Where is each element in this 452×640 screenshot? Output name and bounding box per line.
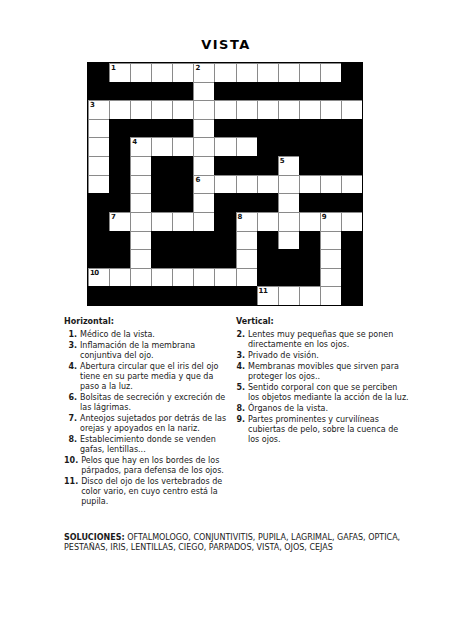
black-cell xyxy=(320,82,341,101)
clue-item-number: 10. xyxy=(64,456,78,476)
black-cell xyxy=(88,82,109,101)
black-cell xyxy=(299,193,320,212)
clue-item-number: 3. xyxy=(64,341,77,361)
grid-cell[interactable] xyxy=(172,268,193,287)
solutions-line: SOLUCIONES: OFTALMOLOGO, CONJUNTIVITIS, … xyxy=(64,533,412,553)
black-cell xyxy=(151,156,172,175)
across-clue-list: 1.Médico de la vista.3.Inflamación de la… xyxy=(64,330,230,507)
grid-cell[interactable]: 11 xyxy=(257,286,278,305)
grid-cell[interactable] xyxy=(278,100,299,119)
grid-cell[interactable] xyxy=(109,100,130,119)
grid-cell[interactable] xyxy=(257,63,278,82)
black-cell xyxy=(151,249,172,268)
grid-cell[interactable] xyxy=(236,100,257,119)
grid-cell[interactable] xyxy=(236,63,257,82)
grid-cell[interactable] xyxy=(193,82,214,101)
grid-cell[interactable] xyxy=(278,212,299,231)
clue-item-text: Anteojos sujetados por detrás de las ore… xyxy=(80,414,230,434)
grid-cell[interactable] xyxy=(257,100,278,119)
grid-cell[interactable] xyxy=(130,268,151,287)
black-cell xyxy=(172,249,193,268)
black-cell xyxy=(341,268,362,287)
black-cell xyxy=(130,286,151,305)
grid-cell[interactable] xyxy=(130,63,151,82)
clue-item-number: 3. xyxy=(236,351,245,361)
black-cell xyxy=(299,137,320,156)
black-cell xyxy=(151,82,172,101)
black-cell xyxy=(278,268,299,287)
grid-cell[interactable] xyxy=(130,100,151,119)
grid-cell[interactable] xyxy=(130,249,151,268)
grid-cell[interactable] xyxy=(320,268,341,287)
grid-cell[interactable] xyxy=(320,249,341,268)
black-cell xyxy=(257,137,278,156)
grid-cell[interactable] xyxy=(236,249,257,268)
black-cell xyxy=(109,249,130,268)
black-cell xyxy=(236,119,257,138)
grid-cell[interactable] xyxy=(320,175,341,194)
clue-item-text: Bolsitas de secreción y excreción de las… xyxy=(80,393,230,413)
grid-cell[interactable] xyxy=(257,175,278,194)
clue-item: 3.Inflamación de la membrana conjuntiva … xyxy=(64,341,230,361)
clue-item-text: Pelos que hay en los bordes de los párpa… xyxy=(81,456,230,476)
clue-item-text: Membranas movibles que sirven para prote… xyxy=(248,362,410,382)
grid-cell[interactable]: 6 xyxy=(193,175,214,194)
black-cell xyxy=(214,249,235,268)
grid-cell[interactable] xyxy=(236,268,257,287)
clue-item: 7.Anteojos sujetados por detrás de las o… xyxy=(64,414,230,434)
black-cell xyxy=(341,231,362,250)
black-cell xyxy=(109,193,130,212)
grid-cell[interactable] xyxy=(214,175,235,194)
black-cell xyxy=(214,212,235,231)
clue-item-number: 9. xyxy=(236,415,245,445)
clue-item-number: 4. xyxy=(236,362,245,382)
grid-cell[interactable] xyxy=(88,156,109,175)
across-clues-section: Horizontal: 1.Médico de la vista.3.Infla… xyxy=(64,317,230,508)
black-cell xyxy=(341,156,362,175)
grid-cell[interactable]: 10 xyxy=(88,268,109,287)
grid-cell[interactable] xyxy=(214,268,235,287)
solutions-label: SOLUCIONES: xyxy=(64,533,125,542)
clue-number: 10 xyxy=(90,269,99,277)
black-cell xyxy=(257,231,278,250)
black-cell xyxy=(214,286,235,305)
black-cell xyxy=(109,82,130,101)
clue-item: 11.Disco del ojo de los vertebrados de c… xyxy=(64,477,230,507)
grid-cell[interactable] xyxy=(88,137,109,156)
grid-cell[interactable] xyxy=(214,100,235,119)
clue-number: 8 xyxy=(238,213,242,221)
black-cell xyxy=(341,249,362,268)
clue-number: 11 xyxy=(259,287,268,295)
black-cell xyxy=(88,193,109,212)
clue-item-text: Inflamación de la membrana conjuntiva de… xyxy=(80,341,230,361)
black-cell xyxy=(320,193,341,212)
black-cell xyxy=(88,63,109,82)
grid-cell[interactable] xyxy=(320,63,341,82)
grid-cell[interactable]: 4 xyxy=(130,137,151,156)
grid-cell[interactable]: 1 xyxy=(109,63,130,82)
grid-cell[interactable]: 9 xyxy=(320,212,341,231)
black-cell xyxy=(109,119,130,138)
clue-number: 9 xyxy=(322,213,326,221)
grid-cell[interactable] xyxy=(214,63,235,82)
clue-item: 4.Membranas movibles que sirven para pro… xyxy=(236,362,410,382)
clue-item: 1.Médico de la vista. xyxy=(64,330,230,340)
grid-cell[interactable]: 3 xyxy=(88,100,109,119)
clue-item-text: Sentido corporal con que se perciben los… xyxy=(248,383,410,403)
black-cell xyxy=(236,286,257,305)
grid-cell[interactable] xyxy=(130,212,151,231)
black-cell xyxy=(341,82,362,101)
black-cell xyxy=(299,82,320,101)
clue-item: 6.Bolsitas de secreción y excreción de l… xyxy=(64,393,230,413)
black-cell xyxy=(109,156,130,175)
clue-number: 4 xyxy=(132,138,136,146)
grid-cell[interactable] xyxy=(236,137,257,156)
clue-number: 3 xyxy=(90,101,94,109)
clue-item-number: 8. xyxy=(236,404,245,414)
black-cell xyxy=(109,231,130,250)
grid-cell[interactable] xyxy=(193,156,214,175)
grid-cell[interactable] xyxy=(130,193,151,212)
clue-item-text: Disco del ojo de los vertebrados de colo… xyxy=(81,477,230,507)
black-cell xyxy=(214,193,235,212)
black-cell xyxy=(299,119,320,138)
down-clues-section: Vertical: 2.Lentes muy pequeñas que se p… xyxy=(236,317,410,446)
clue-item: 5.Sentido corporal con que se perciben l… xyxy=(236,383,410,403)
grid-cell[interactable] xyxy=(130,156,151,175)
black-cell xyxy=(299,268,320,287)
grid-cell[interactable] xyxy=(172,63,193,82)
black-cell xyxy=(341,63,362,82)
grid-cell[interactable] xyxy=(193,268,214,287)
black-cell xyxy=(236,82,257,101)
black-cell xyxy=(88,231,109,250)
black-cell xyxy=(320,119,341,138)
clue-item: 8.Órganos de la vista. xyxy=(236,404,410,414)
black-cell xyxy=(172,82,193,101)
grid-cell[interactable] xyxy=(193,100,214,119)
black-cell xyxy=(257,119,278,138)
black-cell xyxy=(151,193,172,212)
black-cell xyxy=(278,82,299,101)
clue-item-text: Establecimiento donde se venden gafas, l… xyxy=(80,435,230,455)
black-cell xyxy=(257,82,278,101)
grid-cell[interactable] xyxy=(299,175,320,194)
black-cell xyxy=(130,119,151,138)
black-cell xyxy=(88,249,109,268)
clue-item-number: 1. xyxy=(64,330,77,340)
clue-item-text: Abertura circular que el iris del ojo ti… xyxy=(80,362,230,392)
grid-cell[interactable]: 5 xyxy=(278,156,299,175)
grid-cell[interactable] xyxy=(88,175,109,194)
clue-item-text: Órganos de la vista. xyxy=(248,404,410,414)
black-cell xyxy=(214,231,235,250)
clue-number: 1 xyxy=(111,64,115,72)
black-cell xyxy=(236,156,257,175)
grid-cell[interactable] xyxy=(151,268,172,287)
grid-cell[interactable] xyxy=(278,193,299,212)
black-cell xyxy=(109,137,130,156)
black-cell xyxy=(236,193,257,212)
grid-cell[interactable] xyxy=(236,175,257,194)
grid-cell[interactable] xyxy=(257,212,278,231)
grid-cell[interactable] xyxy=(193,119,214,138)
black-cell xyxy=(214,119,235,138)
clue-item-number: 6. xyxy=(64,393,77,413)
clue-item: 4.Abertura circular que el iris del ojo … xyxy=(64,362,230,392)
black-cell xyxy=(320,137,341,156)
clue-number: 7 xyxy=(111,213,115,221)
black-cell xyxy=(151,231,172,250)
black-cell xyxy=(109,175,130,194)
grid-cell[interactable] xyxy=(299,286,320,305)
down-clue-list: 2.Lentes muy pequeñas que se ponen direc… xyxy=(236,330,410,445)
black-cell xyxy=(214,156,235,175)
black-cell xyxy=(341,137,362,156)
grid-cell[interactable]: 8 xyxy=(236,212,257,231)
clue-item-number: 8. xyxy=(64,435,77,455)
black-cell xyxy=(278,249,299,268)
clue-item-number: 11. xyxy=(64,477,78,507)
grid-cell[interactable] xyxy=(236,231,257,250)
clue-item-text: Médico de la vista. xyxy=(80,330,230,340)
clue-number: 6 xyxy=(195,176,199,184)
grid-cell[interactable] xyxy=(320,231,341,250)
black-cell xyxy=(299,156,320,175)
grid-cell[interactable] xyxy=(172,212,193,231)
clue-number: 5 xyxy=(280,157,284,165)
black-cell xyxy=(341,193,362,212)
black-cell xyxy=(109,286,130,305)
grid-cell[interactable] xyxy=(299,63,320,82)
black-cell xyxy=(257,249,278,268)
clue-item: 8.Establecimiento donde se venden gafas,… xyxy=(64,435,230,455)
black-cell xyxy=(193,231,214,250)
grid-cell[interactable] xyxy=(193,212,214,231)
clue-item: 10.Pelos que hay en los bordes de los pá… xyxy=(64,456,230,476)
clue-item-number: 4. xyxy=(64,362,77,392)
black-cell xyxy=(299,249,320,268)
grid-cell[interactable] xyxy=(341,175,362,194)
black-cell xyxy=(172,231,193,250)
grid-cell[interactable] xyxy=(320,100,341,119)
grid-cell[interactable] xyxy=(214,137,235,156)
grid-cell[interactable] xyxy=(88,119,109,138)
grid-cell[interactable] xyxy=(278,286,299,305)
grid-cell[interactable] xyxy=(341,100,362,119)
clue-item: 2.Lentes muy pequeñas que se ponen direc… xyxy=(236,330,410,350)
grid-cell[interactable] xyxy=(151,63,172,82)
black-cell xyxy=(299,231,320,250)
black-cell xyxy=(151,119,172,138)
black-cell xyxy=(320,156,341,175)
crossword-grid: 1234567891011 xyxy=(87,62,363,306)
across-heading: Horizontal: xyxy=(64,317,230,327)
black-cell xyxy=(172,156,193,175)
grid-cell[interactable] xyxy=(278,231,299,250)
black-cell xyxy=(88,212,109,231)
grid-cell[interactable] xyxy=(109,268,130,287)
clue-item: 3.Privado de visión. xyxy=(236,351,410,361)
black-cell xyxy=(172,193,193,212)
grid-cell[interactable] xyxy=(299,212,320,231)
puzzle-title: VISTA xyxy=(0,37,452,52)
grid-cell[interactable] xyxy=(130,231,151,250)
clue-item-number: 5. xyxy=(236,383,245,403)
grid-cell[interactable] xyxy=(151,212,172,231)
grid-cell[interactable] xyxy=(151,100,172,119)
grid-cell[interactable] xyxy=(151,137,172,156)
black-cell xyxy=(341,286,362,305)
clue-item-number: 7. xyxy=(64,414,77,434)
black-cell xyxy=(257,268,278,287)
black-cell xyxy=(151,175,172,194)
black-cell xyxy=(88,286,109,305)
grid-cell[interactable] xyxy=(299,100,320,119)
grid-cell[interactable] xyxy=(341,212,362,231)
clue-number: 2 xyxy=(195,64,199,72)
black-cell xyxy=(214,82,235,101)
black-cell xyxy=(130,82,151,101)
clue-item-text: Partes prominentes y curvilíneas cubiert… xyxy=(248,415,410,445)
grid-cell[interactable] xyxy=(172,100,193,119)
clue-item-text: Privado de visión. xyxy=(248,351,410,361)
clue-item: 9.Partes prominentes y curvilíneas cubie… xyxy=(236,415,410,445)
clue-item-text: Lentes muy pequeñas que se ponen directa… xyxy=(248,330,410,350)
black-cell xyxy=(151,286,172,305)
black-cell xyxy=(193,286,214,305)
grid-cell[interactable]: 7 xyxy=(109,212,130,231)
grid-cell[interactable] xyxy=(130,175,151,194)
black-cell xyxy=(257,156,278,175)
down-heading: Vertical: xyxy=(236,317,410,327)
black-cell xyxy=(278,119,299,138)
grid-cell[interactable]: 2 xyxy=(193,63,214,82)
black-cell xyxy=(257,193,278,212)
worksheet-page: VISTA 1234567891011 Horizontal: 1.Médico… xyxy=(0,0,452,640)
grid-cell[interactable] xyxy=(172,137,193,156)
clue-item-number: 2. xyxy=(236,330,245,350)
grid-cell[interactable] xyxy=(320,286,341,305)
black-cell xyxy=(172,175,193,194)
grid-cell[interactable] xyxy=(278,63,299,82)
grid-cell[interactable] xyxy=(193,137,214,156)
black-cell xyxy=(172,286,193,305)
grid-cell[interactable] xyxy=(278,175,299,194)
grid-cell[interactable] xyxy=(193,193,214,212)
black-cell xyxy=(193,249,214,268)
black-cell xyxy=(172,119,193,138)
black-cell xyxy=(278,137,299,156)
black-cell xyxy=(341,119,362,138)
